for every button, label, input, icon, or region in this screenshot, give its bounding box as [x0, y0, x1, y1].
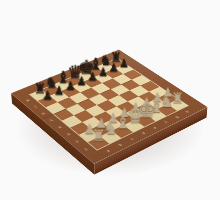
- photo-background: 87654321abcdefgh ♜♞♝♛♚♝♞♜♟♟♟♟♟♟♟♟♟♟♟♟♟♟♟…: [0, 0, 220, 200]
- piece-black-pawn-a7: ♟: [41, 89, 55, 101]
- photo-scene: 87654321abcdefgh ♜♞♝♛♚♝♞♜♟♟♟♟♟♟♟♟♟♟♟♟♟♟♟…: [0, 0, 220, 200]
- piece-white-rook-a1: ♜: [91, 128, 106, 143]
